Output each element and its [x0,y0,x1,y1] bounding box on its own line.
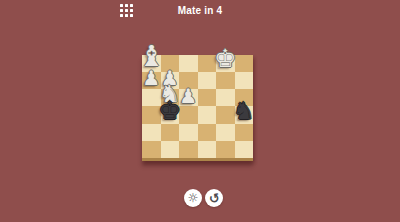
board-square-d5[interactable] [198,72,217,89]
board-square-f5[interactable] [235,72,254,89]
chess-board: ♝♚♟♟♞♟♚♞ [142,55,253,158]
board-square-f1[interactable] [235,141,254,158]
board-square-e4[interactable] [216,89,235,106]
board-square-d2[interactable] [198,124,217,141]
hint-button[interactable]: ☼ [184,189,202,207]
board-square-c3[interactable] [179,106,198,123]
board-square-d1[interactable] [198,141,217,158]
board-square-b1[interactable] [161,141,180,158]
board-square-c2[interactable] [179,124,198,141]
board-square-e3[interactable] [216,106,235,123]
board-square-a1[interactable] [142,141,161,158]
undo-icon: ↺ [207,191,220,206]
board-square-f2[interactable] [235,124,254,141]
puzzle-toolbar: ☼ ↺ [184,189,223,207]
hint-bulb-icon: ☼ [188,192,199,204]
white-pawn-c4[interactable]: ♟ [179,86,197,106]
black-knight-f3[interactable]: ♞ [233,99,255,123]
white-pawn-a5[interactable]: ♟ [142,68,160,88]
white-king-e6[interactable]: ♚ [214,46,236,71]
undo-button[interactable]: ↺ [205,189,223,207]
board-square-c1[interactable] [179,141,198,158]
puzzle-title: Mate in 4 [0,5,400,16]
board-square-f6[interactable] [235,55,254,72]
board-square-d4[interactable] [198,89,217,106]
black-king-b3[interactable]: ♚ [159,98,181,123]
board-square-e2[interactable] [216,124,235,141]
app-screen: Mate in 4 ♝♚♟♟♞♟♚♞ ☼ ↺ [0,0,400,222]
board-square-e5[interactable] [216,72,235,89]
board-square-a2[interactable] [142,124,161,141]
board-square-d3[interactable] [198,106,217,123]
board-square-b2[interactable] [161,124,180,141]
board-square-e1[interactable] [216,141,235,158]
board-square-c6[interactable] [179,55,198,72]
